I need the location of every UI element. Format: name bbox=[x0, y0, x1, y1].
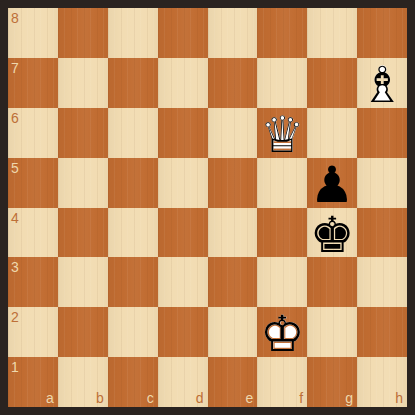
square-c8[interactable] bbox=[108, 8, 158, 58]
square-a1[interactable]: 1a bbox=[8, 357, 58, 407]
square-f6[interactable]: ♛♕ bbox=[257, 108, 307, 158]
square-h2[interactable] bbox=[357, 307, 407, 357]
file-label-h: h bbox=[395, 391, 403, 405]
square-c2[interactable] bbox=[108, 307, 158, 357]
square-c6[interactable] bbox=[108, 108, 158, 158]
file-label-a: a bbox=[46, 391, 54, 405]
square-d4[interactable] bbox=[158, 208, 208, 258]
square-b1[interactable]: b bbox=[58, 357, 108, 407]
rank-label-4: 4 bbox=[11, 211, 19, 225]
square-g8[interactable] bbox=[307, 8, 357, 58]
square-d2[interactable] bbox=[158, 307, 208, 357]
square-b6[interactable] bbox=[58, 108, 108, 158]
rank-label-8: 8 bbox=[11, 11, 19, 25]
square-g6[interactable] bbox=[307, 108, 357, 158]
rank-label-7: 7 bbox=[11, 61, 19, 75]
square-e1[interactable]: e bbox=[208, 357, 258, 407]
square-g3[interactable] bbox=[307, 257, 357, 307]
square-a8[interactable]: 8 bbox=[8, 8, 58, 58]
square-c7[interactable] bbox=[108, 58, 158, 108]
square-e5[interactable] bbox=[208, 158, 258, 208]
square-e7[interactable] bbox=[208, 58, 258, 108]
square-a2[interactable]: 2 bbox=[8, 307, 58, 357]
file-label-e: e bbox=[246, 391, 254, 405]
file-label-c: c bbox=[147, 391, 154, 405]
square-b3[interactable] bbox=[58, 257, 108, 307]
chess-board-frame: 87♝♗6♛♕5♟4♚32♚♔1abcdefgh bbox=[0, 0, 415, 415]
square-g7[interactable] bbox=[307, 58, 357, 108]
square-d3[interactable] bbox=[158, 257, 208, 307]
white-bishop[interactable]: ♝♗ bbox=[357, 58, 407, 108]
square-d8[interactable] bbox=[158, 8, 208, 58]
square-d5[interactable] bbox=[158, 158, 208, 208]
rank-label-3: 3 bbox=[11, 260, 19, 274]
white-queen-outline: ♕ bbox=[260, 110, 305, 160]
square-f5[interactable] bbox=[257, 158, 307, 208]
square-g1[interactable]: g bbox=[307, 357, 357, 407]
square-c3[interactable] bbox=[108, 257, 158, 307]
square-g5[interactable]: ♟ bbox=[307, 158, 357, 208]
square-e8[interactable] bbox=[208, 8, 258, 58]
file-label-d: d bbox=[196, 391, 204, 405]
black-pawn[interactable]: ♟ bbox=[307, 158, 357, 208]
square-h3[interactable] bbox=[357, 257, 407, 307]
square-f4[interactable] bbox=[257, 208, 307, 258]
rank-label-2: 2 bbox=[11, 310, 19, 324]
square-e4[interactable] bbox=[208, 208, 258, 258]
square-a6[interactable]: 6 bbox=[8, 108, 58, 158]
square-c1[interactable]: c bbox=[108, 357, 158, 407]
square-d6[interactable] bbox=[158, 108, 208, 158]
square-c4[interactable] bbox=[108, 208, 158, 258]
square-h5[interactable] bbox=[357, 158, 407, 208]
square-c5[interactable] bbox=[108, 158, 158, 208]
square-h4[interactable] bbox=[357, 208, 407, 258]
square-g2[interactable] bbox=[307, 307, 357, 357]
black-pawn-glyph: ♟ bbox=[310, 160, 355, 210]
square-g4[interactable]: ♚ bbox=[307, 208, 357, 258]
square-h6[interactable] bbox=[357, 108, 407, 158]
square-d7[interactable] bbox=[158, 58, 208, 108]
square-b5[interactable] bbox=[58, 158, 108, 208]
white-bishop-outline: ♗ bbox=[360, 60, 405, 110]
square-h7[interactable]: ♝♗ bbox=[357, 58, 407, 108]
square-b8[interactable] bbox=[58, 8, 108, 58]
file-label-g: g bbox=[345, 391, 353, 405]
square-f7[interactable] bbox=[257, 58, 307, 108]
rank-label-6: 6 bbox=[11, 111, 19, 125]
file-label-b: b bbox=[96, 391, 104, 405]
chess-board: 87♝♗6♛♕5♟4♚32♚♔1abcdefgh bbox=[8, 8, 407, 407]
square-b2[interactable] bbox=[58, 307, 108, 357]
square-a3[interactable]: 3 bbox=[8, 257, 58, 307]
white-king-outline: ♔ bbox=[260, 309, 305, 359]
rank-label-1: 1 bbox=[11, 360, 19, 374]
file-label-f: f bbox=[299, 391, 303, 405]
square-e6[interactable] bbox=[208, 108, 258, 158]
square-h1[interactable]: h bbox=[357, 357, 407, 407]
white-king[interactable]: ♚♔ bbox=[257, 307, 307, 357]
square-a4[interactable]: 4 bbox=[8, 208, 58, 258]
square-e3[interactable] bbox=[208, 257, 258, 307]
square-b4[interactable] bbox=[58, 208, 108, 258]
square-a7[interactable]: 7 bbox=[8, 58, 58, 108]
square-f8[interactable] bbox=[257, 8, 307, 58]
rank-label-5: 5 bbox=[11, 161, 19, 175]
black-king-glyph: ♚ bbox=[310, 210, 355, 260]
white-queen[interactable]: ♛♕ bbox=[257, 108, 307, 158]
black-king[interactable]: ♚ bbox=[307, 208, 357, 258]
square-h8[interactable] bbox=[357, 8, 407, 58]
square-f3[interactable] bbox=[257, 257, 307, 307]
square-b7[interactable] bbox=[58, 58, 108, 108]
square-e2[interactable] bbox=[208, 307, 258, 357]
square-d1[interactable]: d bbox=[158, 357, 208, 407]
square-f2[interactable]: ♚♔ bbox=[257, 307, 307, 357]
square-f1[interactable]: f bbox=[257, 357, 307, 407]
square-a5[interactable]: 5 bbox=[8, 158, 58, 208]
